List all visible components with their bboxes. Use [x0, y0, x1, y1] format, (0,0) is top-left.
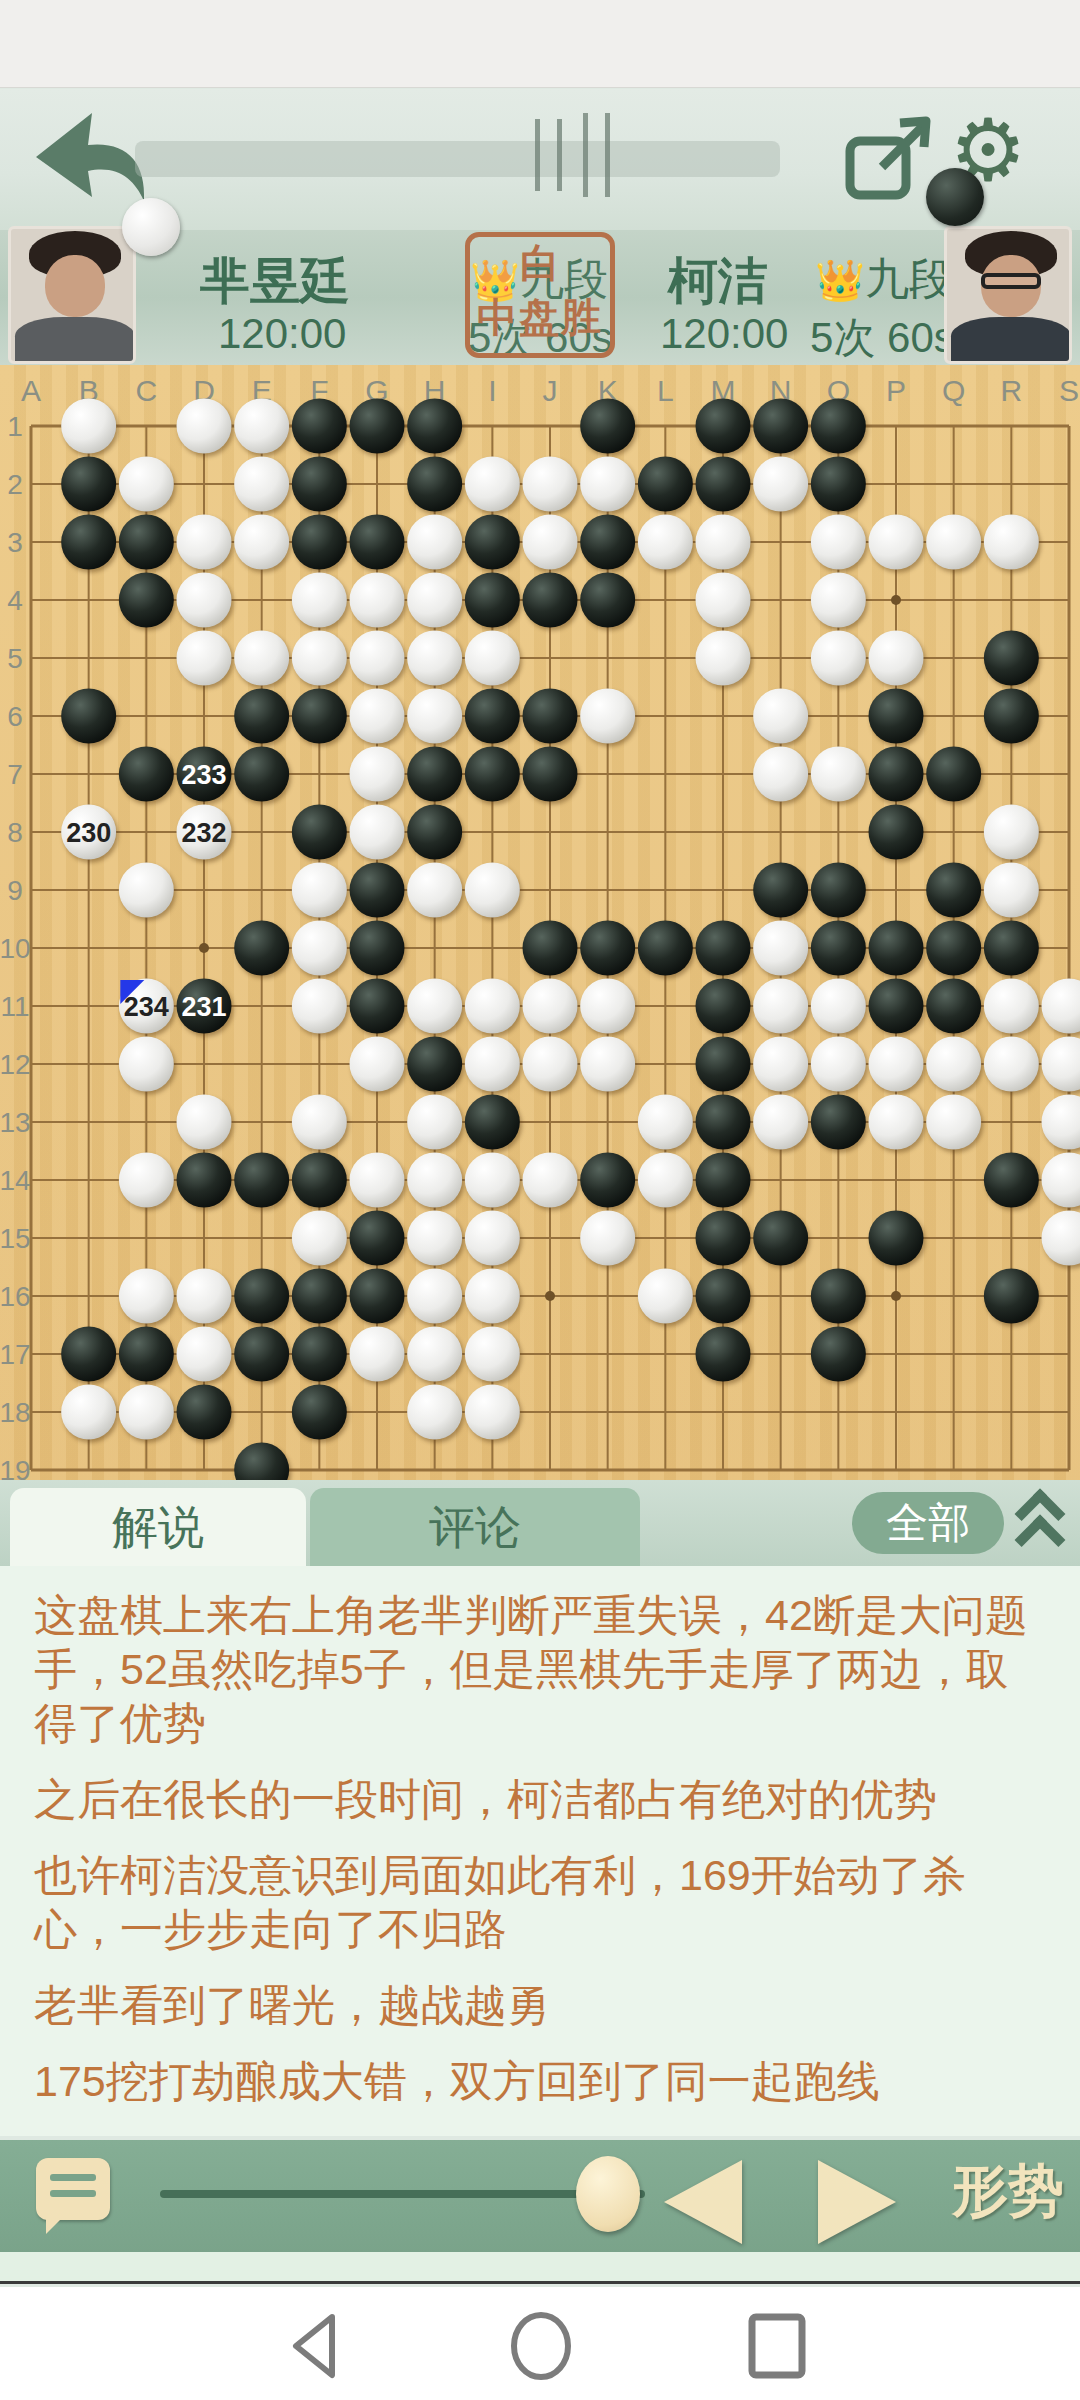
- stone-E10: [234, 921, 289, 976]
- stone-E1: [234, 399, 289, 454]
- stone-R8: [984, 805, 1039, 860]
- stone-K4: [580, 573, 635, 628]
- situation-button[interactable]: 形势: [952, 2154, 1064, 2230]
- stone-I14: [465, 1153, 520, 1208]
- white-player-time: 120:00: [218, 310, 346, 358]
- stone-J2: [523, 457, 578, 512]
- stone-M5: [696, 631, 751, 686]
- stone-I9: [465, 863, 520, 918]
- stone-M17: [696, 1327, 751, 1382]
- stone-B17: [61, 1327, 116, 1382]
- white-stone-badge: [122, 198, 180, 256]
- stone-D5: [177, 631, 232, 686]
- stone-F2: [292, 457, 347, 512]
- stone-C16: [119, 1269, 174, 1324]
- stone-H5: [407, 631, 462, 686]
- coord-number: 14: [0, 1165, 31, 1196]
- all-button[interactable]: 全部: [852, 1492, 1004, 1554]
- stone-O2: [811, 457, 866, 512]
- go-board-svg: A1B2C3D4E5F6G7H8I9J10K11L12M13N14O15P16Q…: [0, 365, 1080, 1480]
- coord-number: 16: [0, 1281, 31, 1312]
- stone-N1: [753, 399, 808, 454]
- coord-number: 6: [7, 701, 23, 732]
- move-number-label: 233: [181, 760, 226, 790]
- app-screen: ⚙ 芈昱廷 👑九段 120:00 5次 60s 白 中盘胜 柯洁 👑九段 120…: [0, 0, 1080, 2400]
- stone-H17: [407, 1327, 462, 1382]
- bottom-strip: [0, 2252, 1080, 2284]
- stone-C7: [119, 747, 174, 802]
- stone-M13: [696, 1095, 751, 1150]
- stone-G9: [350, 863, 405, 918]
- stone-G7: [350, 747, 405, 802]
- stone-G11: [350, 979, 405, 1034]
- stone-H7: [407, 747, 462, 802]
- commentary-paragraph: 175挖打劫酿成大错，双方回到了同一起跑线: [0, 2054, 1080, 2108]
- stone-G1: [350, 399, 405, 454]
- stone-G4: [350, 573, 405, 628]
- stone-N11: [753, 979, 808, 1034]
- move-number-label: 232: [181, 818, 226, 848]
- stone-H8: [407, 805, 462, 860]
- next-move-button[interactable]: [818, 2160, 896, 2244]
- coord-letter: R: [1001, 374, 1023, 407]
- move-number-label: 231: [181, 992, 226, 1022]
- stone-O13: [811, 1095, 866, 1150]
- stone-S13: [1042, 1095, 1080, 1150]
- stone-Q12: [926, 1037, 981, 1092]
- stone-K2: [580, 457, 635, 512]
- commentary-paragraph: 随后不知道柯洁哪里出现了误算，越陷越深，白224做活后成功逆转: [0, 2130, 1080, 2136]
- collapse-chevron-icon[interactable]: [1014, 1490, 1074, 1556]
- coord-number: 10: [0, 933, 31, 964]
- stone-S15: [1042, 1211, 1080, 1266]
- stone-Q3: [926, 515, 981, 570]
- commentary-paragraph: 也许柯洁没意识到局面如此有利，169开始动了杀心，一步步走向了不归路: [0, 1848, 1080, 1956]
- stone-I18: [465, 1385, 520, 1440]
- commentary-paragraph: 之后在很长的一段时间，柯洁都占有绝对的优势: [0, 1772, 1080, 1826]
- stone-P7: [869, 747, 924, 802]
- stone-N12: [753, 1037, 808, 1092]
- stone-C18: [119, 1385, 174, 1440]
- stone-F10: [292, 921, 347, 976]
- stone-P10: [869, 921, 924, 976]
- go-board[interactable]: A1B2C3D4E5F6G7H8I9J10K11L12M13N14O15P16Q…: [0, 365, 1080, 1480]
- stone-G12: [350, 1037, 405, 1092]
- coord-letter: S: [1059, 374, 1079, 407]
- stone-M12: [696, 1037, 751, 1092]
- stone-E5: [234, 631, 289, 686]
- stone-H3: [407, 515, 462, 570]
- stone-I5: [465, 631, 520, 686]
- black-player-byoyomi: 5次 60s: [810, 310, 955, 366]
- stone-I13: [465, 1095, 520, 1150]
- stone-R16: [984, 1269, 1039, 1324]
- stone-M10: [696, 921, 751, 976]
- stone-P5: [869, 631, 924, 686]
- stone-M14: [696, 1153, 751, 1208]
- crown-icon: 👑: [815, 258, 865, 302]
- stone-N9: [753, 863, 808, 918]
- stone-F14: [292, 1153, 347, 1208]
- stone-I12: [465, 1037, 520, 1092]
- stone-C4: [119, 573, 174, 628]
- android-home-icon[interactable]: [506, 2311, 576, 2381]
- stone-M16: [696, 1269, 751, 1324]
- stone-F1: [292, 399, 347, 454]
- stone-F5: [292, 631, 347, 686]
- progress-tick: [583, 113, 588, 197]
- stone-G17: [350, 1327, 405, 1382]
- move-number-label: 230: [66, 818, 111, 848]
- stone-B2: [61, 457, 116, 512]
- stone-H16: [407, 1269, 462, 1324]
- coord-number: 12: [0, 1049, 31, 1080]
- stone-H6: [407, 689, 462, 744]
- move-slider-track[interactable]: [160, 2190, 645, 2198]
- share-icon[interactable]: [838, 111, 938, 211]
- stone-H14: [407, 1153, 462, 1208]
- stone-O7: [811, 747, 866, 802]
- stone-E16: [234, 1269, 289, 1324]
- stone-O17: [811, 1327, 866, 1382]
- stone-P15: [869, 1211, 924, 1266]
- android-recents-icon[interactable]: [742, 2311, 812, 2381]
- stone-P11: [869, 979, 924, 1034]
- stone-K15: [580, 1211, 635, 1266]
- stone-E2: [234, 457, 289, 512]
- commentary-paragraph: 老芈看到了曙光，越战越勇: [0, 1978, 1080, 2032]
- stone-I4: [465, 573, 520, 628]
- stone-F11: [292, 979, 347, 1034]
- stone-J11: [523, 979, 578, 1034]
- stone-G8: [350, 805, 405, 860]
- stone-K12: [580, 1037, 635, 1092]
- stone-D16: [177, 1269, 232, 1324]
- previous-move-button[interactable]: [664, 2160, 742, 2244]
- commentary-panel: 这盘棋上来右上角老芈判断严重失误，42断是大问题手，52虽然吃掉5子，但是黑棋先…: [0, 1566, 1080, 2136]
- stone-R6: [984, 689, 1039, 744]
- stone-J7: [523, 747, 578, 802]
- stone-Q7: [926, 747, 981, 802]
- stone-J12: [523, 1037, 578, 1092]
- stone-L3: [638, 515, 693, 570]
- stone-D18: [177, 1385, 232, 1440]
- stone-N13: [753, 1095, 808, 1150]
- stone-F9: [292, 863, 347, 918]
- stone-R3: [984, 515, 1039, 570]
- stone-K14: [580, 1153, 635, 1208]
- bottom-toolbar: 形势: [0, 2140, 1080, 2252]
- stone-L14: [638, 1153, 693, 1208]
- stone-H12: [407, 1037, 462, 1092]
- stone-G14: [350, 1153, 405, 1208]
- stone-Q9: [926, 863, 981, 918]
- stone-N7: [753, 747, 808, 802]
- stone-M2: [696, 457, 751, 512]
- stone-I7: [465, 747, 520, 802]
- stone-H2: [407, 457, 462, 512]
- stone-O3: [811, 515, 866, 570]
- stone-C3: [119, 515, 174, 570]
- tabs-row: 解说 评论 全部: [0, 1480, 1080, 1566]
- stone-K6: [580, 689, 635, 744]
- stone-R14: [984, 1153, 1039, 1208]
- back-icon[interactable]: [22, 105, 152, 215]
- stone-K10: [580, 921, 635, 976]
- stone-C2: [119, 457, 174, 512]
- coord-number: 3: [7, 527, 23, 558]
- stone-R11: [984, 979, 1039, 1034]
- stone-G10: [350, 921, 405, 976]
- stone-E3: [234, 515, 289, 570]
- stone-S11: [1042, 979, 1080, 1034]
- stone-D17: [177, 1327, 232, 1382]
- game-progress-slider[interactable]: [135, 141, 780, 177]
- stone-L13: [638, 1095, 693, 1150]
- stone-G3: [350, 515, 405, 570]
- stone-C12: [119, 1037, 174, 1092]
- tab-comments[interactable]: 评论: [310, 1488, 640, 1566]
- stone-M15: [696, 1211, 751, 1266]
- stone-I16: [465, 1269, 520, 1324]
- stone-Q11: [926, 979, 981, 1034]
- stone-P8: [869, 805, 924, 860]
- coord-letter: I: [488, 374, 496, 407]
- stone-I3: [465, 515, 520, 570]
- stone-M4: [696, 573, 751, 628]
- stone-G15: [350, 1211, 405, 1266]
- stone-F6: [292, 689, 347, 744]
- stone-H15: [407, 1211, 462, 1266]
- stone-C17: [119, 1327, 174, 1382]
- stone-F15: [292, 1211, 347, 1266]
- stone-P6: [869, 689, 924, 744]
- stone-F3: [292, 515, 347, 570]
- move-slider-knob[interactable]: [576, 2156, 640, 2232]
- stone-K1: [580, 399, 635, 454]
- stone-D14: [177, 1153, 232, 1208]
- stone-H13: [407, 1095, 462, 1150]
- stone-D1: [177, 399, 232, 454]
- stone-E14: [234, 1153, 289, 1208]
- chat-bubble-icon[interactable]: [36, 2158, 110, 2220]
- stone-H9: [407, 863, 462, 918]
- stone-B6: [61, 689, 116, 744]
- stone-R12: [984, 1037, 1039, 1092]
- coord-number: 5: [7, 643, 23, 674]
- stone-K3: [580, 515, 635, 570]
- stone-E6: [234, 689, 289, 744]
- stone-S14: [1042, 1153, 1080, 1208]
- stone-O5: [811, 631, 866, 686]
- stone-R9: [984, 863, 1039, 918]
- stone-B18: [61, 1385, 116, 1440]
- stone-N6: [753, 689, 808, 744]
- black-player-rank: 👑九段: [815, 250, 953, 309]
- android-nav-bar: [0, 2287, 1080, 2400]
- stone-N2: [753, 457, 808, 512]
- move-number-label: 234: [124, 992, 169, 1022]
- stone-O9: [811, 863, 866, 918]
- stone-J14: [523, 1153, 578, 1208]
- progress-tick: [535, 119, 540, 191]
- stone-H11: [407, 979, 462, 1034]
- coord-number: 8: [7, 817, 23, 848]
- stone-N15: [753, 1211, 808, 1266]
- coord-number: 9: [7, 875, 23, 906]
- player-info-bar: 芈昱廷 👑九段 120:00 5次 60s 白 中盘胜 柯洁 👑九段 120:0…: [0, 230, 1080, 365]
- stone-N10: [753, 921, 808, 976]
- stone-O12: [811, 1037, 866, 1092]
- stone-O16: [811, 1269, 866, 1324]
- stone-I15: [465, 1211, 520, 1266]
- white-player-avatar: [8, 226, 136, 364]
- coord-letter: A: [21, 374, 41, 407]
- stone-G6: [350, 689, 405, 744]
- stone-P12: [869, 1037, 924, 1092]
- black-player-name: 柯洁: [668, 248, 768, 315]
- stone-J10: [523, 921, 578, 976]
- stone-O1: [811, 399, 866, 454]
- white-player-name: 芈昱廷: [200, 248, 350, 315]
- stone-L16: [638, 1269, 693, 1324]
- stone-H4: [407, 573, 462, 628]
- stone-F18: [292, 1385, 347, 1440]
- coord-number: 17: [0, 1339, 31, 1370]
- stone-P13: [869, 1095, 924, 1150]
- black-stone-badge: [926, 168, 984, 226]
- black-player-avatar: [944, 226, 1072, 364]
- stone-F13: [292, 1095, 347, 1150]
- stone-D13: [177, 1095, 232, 1150]
- result-badge: 白 中盘胜: [465, 232, 615, 358]
- coord-number: 13: [0, 1107, 31, 1138]
- stone-M3: [696, 515, 751, 570]
- stone-L10: [638, 921, 693, 976]
- stone-D3: [177, 515, 232, 570]
- stone-O10: [811, 921, 866, 976]
- stone-F4: [292, 573, 347, 628]
- stone-I6: [465, 689, 520, 744]
- coord-number: 19: [0, 1455, 31, 1480]
- stone-L2: [638, 457, 693, 512]
- coord-letter: C: [135, 374, 157, 407]
- black-player-time: 120:00: [660, 310, 788, 358]
- android-back-icon[interactable]: [280, 2311, 350, 2381]
- stone-S12: [1042, 1037, 1080, 1092]
- stone-F17: [292, 1327, 347, 1382]
- stone-C14: [119, 1153, 174, 1208]
- stone-R5: [984, 631, 1039, 686]
- coord-number: 11: [0, 991, 29, 1022]
- stone-M11: [696, 979, 751, 1034]
- coord-number: 7: [7, 759, 23, 790]
- stone-M1: [696, 399, 751, 454]
- stone-D4: [177, 573, 232, 628]
- stone-O11: [811, 979, 866, 1034]
- stone-H18: [407, 1385, 462, 1440]
- stone-I2: [465, 457, 520, 512]
- stone-J6: [523, 689, 578, 744]
- stone-R10: [984, 921, 1039, 976]
- stone-I17: [465, 1327, 520, 1382]
- stone-E19: [234, 1443, 289, 1481]
- stone-B1: [61, 399, 116, 454]
- coord-number: 18: [0, 1397, 31, 1428]
- coord-letter: J: [543, 374, 558, 407]
- commentary-paragraph: 这盘棋上来右上角老芈判断严重失误，42断是大问题手，52虽然吃掉5子，但是黑棋先…: [0, 1588, 1080, 1750]
- stone-E7: [234, 747, 289, 802]
- progress-tick: [557, 119, 562, 191]
- coord-letter: Q: [942, 374, 965, 407]
- tab-commentary[interactable]: 解说: [10, 1488, 306, 1566]
- status-bar: [0, 0, 1080, 88]
- stone-Q13: [926, 1095, 981, 1150]
- coord-number: 4: [7, 585, 23, 616]
- stone-G5: [350, 631, 405, 686]
- stone-E17: [234, 1327, 289, 1382]
- stone-P3: [869, 515, 924, 570]
- coord-number: 2: [7, 469, 23, 500]
- stone-F8: [292, 805, 347, 860]
- stone-K11: [580, 979, 635, 1034]
- stone-J3: [523, 515, 578, 570]
- stone-I11: [465, 979, 520, 1034]
- stone-J4: [523, 573, 578, 628]
- stone-F16: [292, 1269, 347, 1324]
- stone-H1: [407, 399, 462, 454]
- progress-tick: [605, 113, 610, 197]
- coord-number: 1: [7, 411, 23, 442]
- coord-letter: L: [657, 374, 674, 407]
- stone-Q10: [926, 921, 981, 976]
- stone-G16: [350, 1269, 405, 1324]
- stone-O4: [811, 573, 866, 628]
- coord-letter: P: [886, 374, 906, 407]
- stone-B3: [61, 515, 116, 570]
- coord-number: 15: [0, 1223, 31, 1254]
- stone-C9: [119, 863, 174, 918]
